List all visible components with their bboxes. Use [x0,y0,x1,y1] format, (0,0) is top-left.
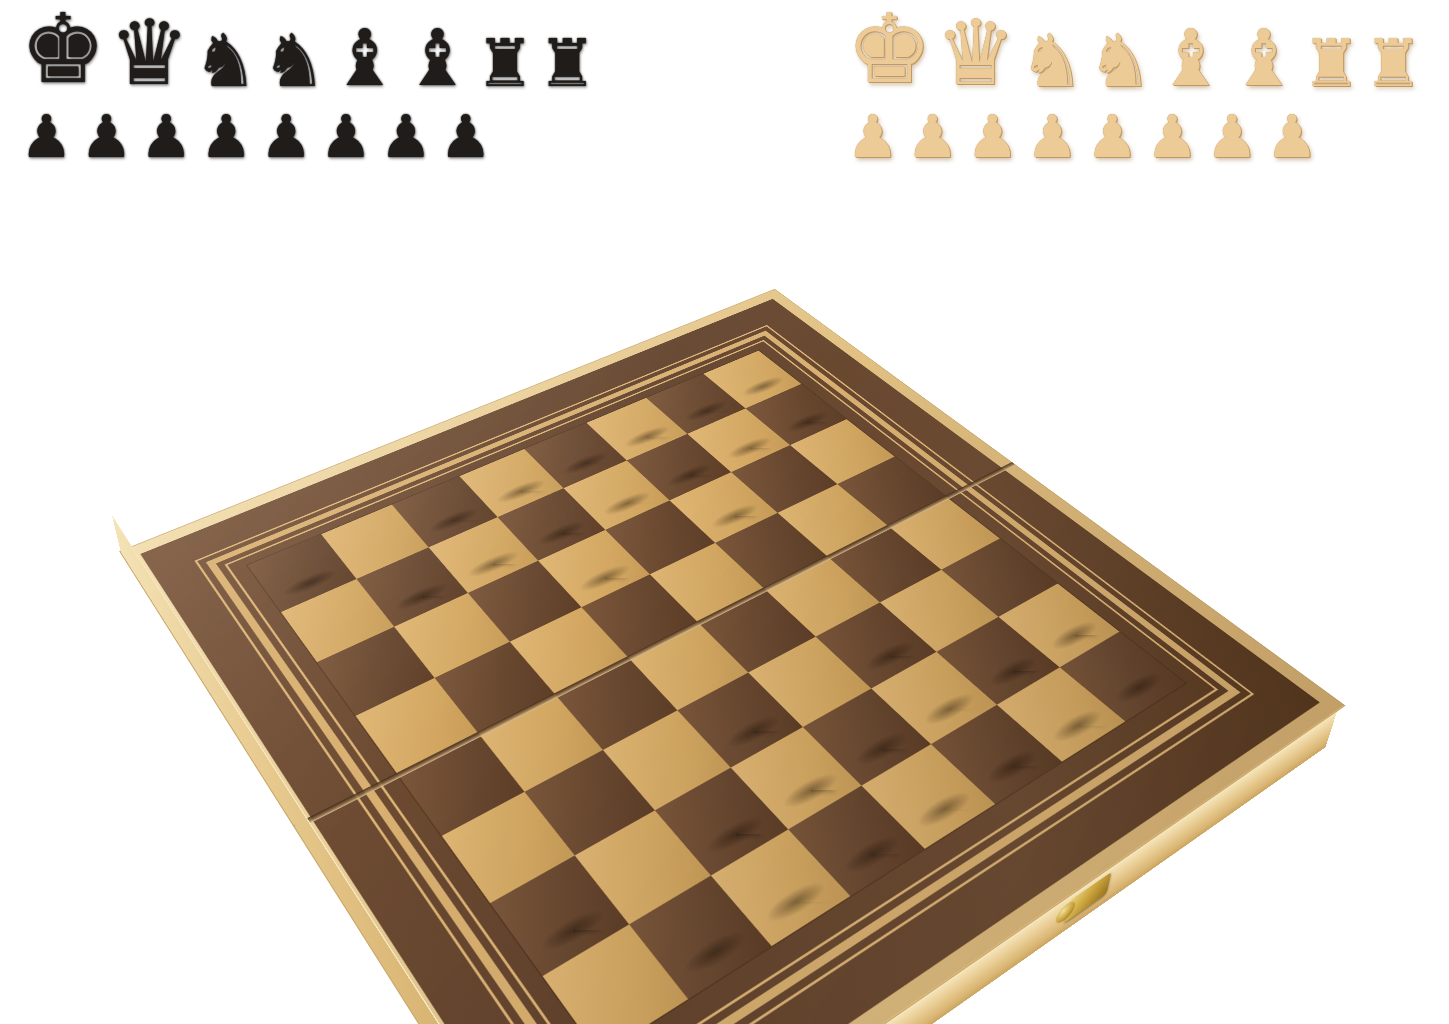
chess-board: ♛♞♜♝♜♞♚♟♟♟♝♟♟♟♟♟♟♟♟♟♟♟♝♟♟♛♞♜♝♜♞♚ [121,290,1345,1024]
board-scene: ♛♞♜♝♜♞♚♟♟♟♝♟♟♟♟♟♟♟♟♟♟♟♝♟♟♛♞♜♝♜♞♚ [0,0,1449,1024]
product-photo: ♚♛♞♞♝♝♜♜ ♟♟♟♟♟♟♟♟ ♚♛♞♞♝♝♜♜ ♟♟♟♟♟♟♟♟ ♛♞♜♝… [0,0,1449,1024]
